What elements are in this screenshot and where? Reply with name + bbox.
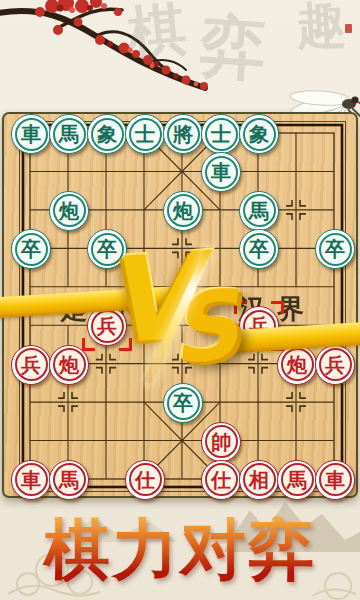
piece-black-士[interactable]: 士 bbox=[201, 114, 241, 154]
piece-red-車[interactable]: 車 bbox=[315, 460, 355, 500]
piece-red-炮[interactable]: 炮 bbox=[49, 345, 89, 385]
page-title: 棋力对弈 bbox=[0, 516, 360, 582]
piece-red-仕[interactable]: 仕 bbox=[125, 460, 165, 500]
piece-glyph: 帥 bbox=[205, 425, 238, 458]
piece-red-相[interactable]: 相 bbox=[239, 460, 279, 500]
background-calligraphy: 弈 bbox=[198, 12, 268, 82]
piece-red-兵[interactable]: 兵 bbox=[315, 345, 355, 385]
piece-glyph: 相 bbox=[243, 463, 276, 496]
bird-icon bbox=[286, 50, 360, 120]
piece-glyph: 仕 bbox=[129, 463, 162, 496]
piece-glyph: 馬 bbox=[53, 463, 86, 496]
piece-red-兵[interactable]: 兵 bbox=[11, 345, 51, 385]
piece-glyph: 兵 bbox=[15, 348, 48, 381]
piece-glyph: 士 bbox=[129, 118, 162, 151]
piece-black-炮[interactable]: 炮 bbox=[163, 191, 203, 231]
piece-black-象[interactable]: 象 bbox=[239, 114, 279, 154]
piece-glyph: 炮 bbox=[53, 194, 86, 227]
piece-glyph: 馬 bbox=[243, 194, 276, 227]
seal-mark bbox=[345, 24, 352, 33]
piece-red-炮[interactable]: 炮 bbox=[277, 345, 317, 385]
header: 棋 弈 趣 bbox=[0, 0, 360, 112]
piece-glyph: 炮 bbox=[53, 348, 86, 381]
piece-black-車[interactable]: 車 bbox=[11, 114, 51, 154]
piece-glyph: 卒 bbox=[319, 233, 352, 266]
piece-glyph: 車 bbox=[205, 156, 238, 189]
piece-glyph: 卒 bbox=[243, 233, 276, 266]
piece-black-士[interactable]: 士 bbox=[125, 114, 165, 154]
piece-glyph: 將 bbox=[167, 118, 200, 151]
background-calligraphy: 趣 bbox=[295, 0, 348, 51]
piece-glyph: 仕 bbox=[205, 463, 238, 496]
piece-glyph: 炮 bbox=[281, 348, 314, 381]
piece-black-馬[interactable]: 馬 bbox=[239, 191, 279, 231]
piece-red-帥[interactable]: 帥 bbox=[201, 422, 241, 462]
piece-black-炮[interactable]: 炮 bbox=[49, 191, 89, 231]
piece-red-馬[interactable]: 馬 bbox=[277, 460, 317, 500]
piece-glyph: 卒 bbox=[167, 387, 200, 420]
piece-glyph: 馬 bbox=[281, 463, 314, 496]
piece-glyph: 炮 bbox=[167, 194, 200, 227]
piece-glyph: 士 bbox=[205, 118, 238, 151]
piece-red-馬[interactable]: 馬 bbox=[49, 460, 89, 500]
piece-black-象[interactable]: 象 bbox=[87, 114, 127, 154]
piece-glyph: 馬 bbox=[53, 118, 86, 151]
piece-glyph: 車 bbox=[319, 463, 352, 496]
piece-red-車[interactable]: 車 bbox=[11, 460, 51, 500]
page: 棋 弈 趣 bbox=[0, 0, 360, 600]
piece-glyph: 車 bbox=[15, 118, 48, 151]
piece-glyph: 象 bbox=[243, 118, 276, 151]
piece-glyph: 兵 bbox=[319, 348, 352, 381]
piece-red-仕[interactable]: 仕 bbox=[201, 460, 241, 500]
piece-black-卒[interactable]: 卒 bbox=[163, 383, 203, 423]
piece-glyph: 車 bbox=[15, 463, 48, 496]
piece-black-將[interactable]: 將 bbox=[163, 114, 203, 154]
piece-black-馬[interactable]: 馬 bbox=[49, 114, 89, 154]
piece-glyph: 象 bbox=[91, 118, 124, 151]
background-calligraphy: 棋 bbox=[125, 0, 189, 63]
piece-glyph: 卒 bbox=[15, 233, 48, 266]
